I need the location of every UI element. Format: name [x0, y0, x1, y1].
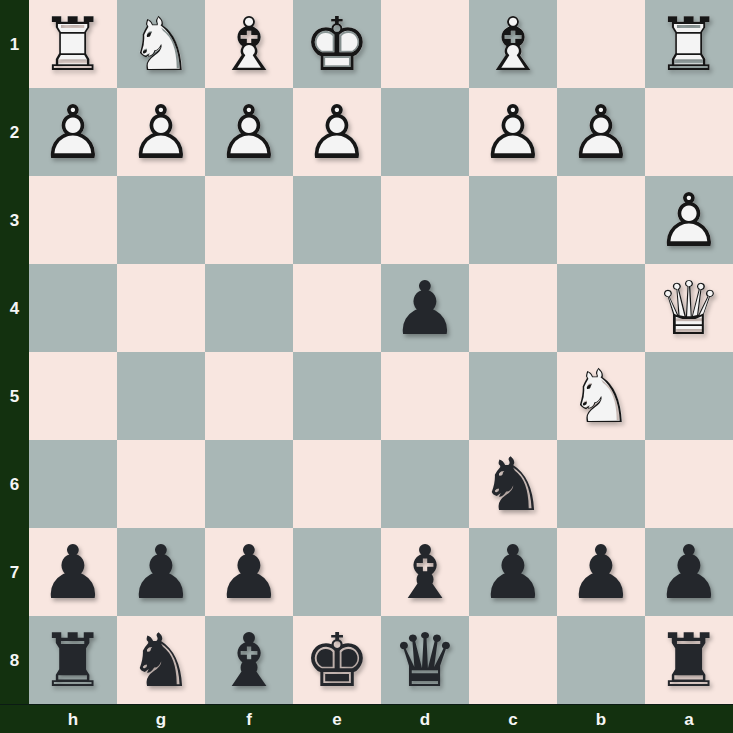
rank-label-text: 6 — [10, 476, 19, 493]
chess-board-frame: 1♜♖♞♘♝♗♚♔♝♗♜♖2♟♙♟♙♟♙♟♙♟♙♟♙3♟♙4♟♛♕5♞♘6♞7♟… — [0, 0, 733, 733]
black-knight-piece: ♞ — [128, 616, 194, 704]
piece-fill-glyph: ♟ — [568, 88, 634, 176]
rank-label-text: 5 — [10, 388, 19, 405]
piece-fill-glyph: ♚ — [304, 616, 370, 704]
square-g6[interactable] — [117, 440, 205, 528]
square-c6[interactable]: ♞ — [469, 440, 557, 528]
piece-fill-glyph: ♟ — [216, 88, 282, 176]
square-e1[interactable]: ♚♔ — [293, 0, 381, 88]
piece-fill-glyph: ♟ — [568, 528, 634, 616]
piece-fill-glyph: ♟ — [128, 528, 194, 616]
file-label-f: f — [205, 704, 293, 733]
square-g1[interactable]: ♞♘ — [117, 0, 205, 88]
black-pawn-piece: ♟ — [480, 528, 546, 616]
rank-label-text: 3 — [10, 212, 19, 229]
square-a8[interactable]: ♜ — [645, 616, 733, 704]
square-g3[interactable] — [117, 176, 205, 264]
piece-fill-glyph: ♟ — [656, 528, 722, 616]
black-bishop-piece: ♝ — [392, 528, 458, 616]
piece-fill-glyph: ♟ — [40, 88, 106, 176]
file-label-h: h — [29, 704, 117, 733]
square-e6[interactable] — [293, 440, 381, 528]
black-rook-piece: ♜ — [40, 616, 106, 704]
black-rook-piece: ♜ — [656, 616, 722, 704]
square-c5[interactable] — [469, 352, 557, 440]
piece-outline-glyph: ♔ — [304, 0, 370, 88]
black-pawn-piece: ♟ — [392, 264, 458, 352]
square-h4[interactable] — [29, 264, 117, 352]
piece-outline-glyph: ♙ — [480, 88, 546, 176]
piece-fill-glyph: ♝ — [216, 0, 282, 88]
black-queen-piece: ♛ — [392, 616, 458, 704]
black-pawn-piece: ♟ — [216, 528, 282, 616]
square-g7[interactable]: ♟ — [117, 528, 205, 616]
square-e3[interactable] — [293, 176, 381, 264]
rank-label-text: 2 — [10, 124, 19, 141]
white-bishop-piece: ♝♗ — [216, 0, 282, 88]
white-queen-piece: ♛♕ — [656, 264, 722, 352]
white-pawn-piece: ♟♙ — [568, 88, 634, 176]
file-label-c: c — [469, 704, 557, 733]
file-label-text: a — [684, 711, 693, 728]
file-label-e: e — [293, 704, 381, 733]
rank-label-text: 8 — [10, 652, 19, 669]
square-b3[interactable] — [557, 176, 645, 264]
rank-label-8: 8 — [0, 616, 29, 704]
square-d7[interactable]: ♝ — [381, 528, 469, 616]
black-bishop-piece: ♝ — [216, 616, 282, 704]
piece-fill-glyph: ♜ — [40, 616, 106, 704]
rank-label-2: 2 — [0, 88, 29, 176]
file-label-text: f — [246, 711, 252, 728]
square-e2[interactable]: ♟♙ — [293, 88, 381, 176]
square-h7[interactable]: ♟ — [29, 528, 117, 616]
rank-label-5: 5 — [0, 352, 29, 440]
file-label-text: g — [156, 711, 166, 728]
piece-fill-glyph: ♟ — [480, 88, 546, 176]
piece-fill-glyph: ♞ — [128, 0, 194, 88]
square-b5[interactable]: ♞♘ — [557, 352, 645, 440]
rank-label-6: 6 — [0, 440, 29, 528]
square-h8[interactable]: ♜ — [29, 616, 117, 704]
piece-fill-glyph: ♛ — [656, 264, 722, 352]
square-h2[interactable]: ♟♙ — [29, 88, 117, 176]
piece-fill-glyph: ♟ — [216, 528, 282, 616]
file-label-text: c — [508, 711, 517, 728]
square-b8[interactable] — [557, 616, 645, 704]
white-pawn-piece: ♟♙ — [304, 88, 370, 176]
square-f8[interactable]: ♝ — [205, 616, 293, 704]
piece-fill-glyph: ♟ — [40, 528, 106, 616]
square-h3[interactable] — [29, 176, 117, 264]
square-c7[interactable]: ♟ — [469, 528, 557, 616]
square-f2[interactable]: ♟♙ — [205, 88, 293, 176]
rank-label-text: 1 — [10, 36, 19, 53]
file-label-text: b — [596, 711, 606, 728]
white-pawn-piece: ♟♙ — [216, 88, 282, 176]
white-pawn-piece: ♟♙ — [656, 176, 722, 264]
square-d8[interactable]: ♛ — [381, 616, 469, 704]
piece-fill-glyph: ♝ — [392, 528, 458, 616]
black-pawn-piece: ♟ — [568, 528, 634, 616]
square-d6[interactable] — [381, 440, 469, 528]
rank-label-text: 7 — [10, 564, 19, 581]
white-pawn-piece: ♟♙ — [40, 88, 106, 176]
piece-fill-glyph: ♞ — [128, 616, 194, 704]
white-rook-piece: ♜♖ — [656, 0, 722, 88]
piece-fill-glyph: ♟ — [480, 528, 546, 616]
piece-outline-glyph: ♙ — [656, 176, 722, 264]
square-g4[interactable] — [117, 264, 205, 352]
square-a5[interactable] — [645, 352, 733, 440]
white-rook-piece: ♜♖ — [40, 0, 106, 88]
square-d4[interactable]: ♟ — [381, 264, 469, 352]
square-h5[interactable] — [29, 352, 117, 440]
piece-outline-glyph: ♗ — [216, 0, 282, 88]
piece-fill-glyph: ♝ — [216, 616, 282, 704]
black-pawn-piece: ♟ — [40, 528, 106, 616]
piece-outline-glyph: ♘ — [128, 0, 194, 88]
piece-fill-glyph: ♜ — [656, 0, 722, 88]
square-c1[interactable]: ♝♗ — [469, 0, 557, 88]
piece-outline-glyph: ♖ — [40, 0, 106, 88]
file-label-d: d — [381, 704, 469, 733]
white-knight-piece: ♞♘ — [128, 0, 194, 88]
square-b6[interactable] — [557, 440, 645, 528]
square-c3[interactable] — [469, 176, 557, 264]
square-a7[interactable]: ♟ — [645, 528, 733, 616]
piece-fill-glyph: ♞ — [480, 440, 546, 528]
piece-fill-glyph: ♛ — [392, 616, 458, 704]
square-a3[interactable]: ♟♙ — [645, 176, 733, 264]
white-king-piece: ♚♔ — [304, 0, 370, 88]
square-b4[interactable] — [557, 264, 645, 352]
square-d5[interactable] — [381, 352, 469, 440]
black-pawn-piece: ♟ — [656, 528, 722, 616]
piece-fill-glyph: ♝ — [480, 0, 546, 88]
file-label-text: d — [420, 711, 430, 728]
rank-label-4: 4 — [0, 264, 29, 352]
square-f6[interactable] — [205, 440, 293, 528]
rank-label-3: 3 — [0, 176, 29, 264]
file-label-g: g — [117, 704, 205, 733]
piece-fill-glyph: ♟ — [304, 88, 370, 176]
square-a6[interactable] — [645, 440, 733, 528]
square-d3[interactable] — [381, 176, 469, 264]
rank-label-text: 4 — [10, 300, 19, 317]
piece-outline-glyph: ♙ — [568, 88, 634, 176]
file-label-text: h — [68, 711, 78, 728]
square-a4[interactable]: ♛♕ — [645, 264, 733, 352]
piece-outline-glyph: ♙ — [304, 88, 370, 176]
square-b2[interactable]: ♟♙ — [557, 88, 645, 176]
piece-fill-glyph: ♚ — [304, 0, 370, 88]
rank-label-1: 1 — [0, 0, 29, 88]
piece-outline-glyph: ♙ — [128, 88, 194, 176]
piece-outline-glyph: ♖ — [656, 0, 722, 88]
square-f1[interactable]: ♝♗ — [205, 0, 293, 88]
square-e5[interactable] — [293, 352, 381, 440]
piece-outline-glyph: ♕ — [656, 264, 722, 352]
square-e7[interactable] — [293, 528, 381, 616]
file-label-a: a — [645, 704, 733, 733]
square-e4[interactable] — [293, 264, 381, 352]
black-knight-piece: ♞ — [480, 440, 546, 528]
piece-fill-glyph: ♜ — [656, 616, 722, 704]
file-label-b: b — [557, 704, 645, 733]
square-h1[interactable]: ♜♖ — [29, 0, 117, 88]
board-corner — [0, 704, 29, 733]
square-f3[interactable] — [205, 176, 293, 264]
square-b1[interactable] — [557, 0, 645, 88]
square-g2[interactable]: ♟♙ — [117, 88, 205, 176]
square-e8[interactable]: ♚ — [293, 616, 381, 704]
white-knight-piece: ♞♘ — [568, 352, 634, 440]
piece-fill-glyph: ♟ — [128, 88, 194, 176]
white-pawn-piece: ♟♙ — [480, 88, 546, 176]
piece-outline-glyph: ♙ — [40, 88, 106, 176]
square-c4[interactable] — [469, 264, 557, 352]
piece-fill-glyph: ♟ — [392, 264, 458, 352]
file-label-text: e — [332, 711, 341, 728]
white-bishop-piece: ♝♗ — [480, 0, 546, 88]
rank-label-7: 7 — [0, 528, 29, 616]
square-a2[interactable] — [645, 88, 733, 176]
chess-board: 1♜♖♞♘♝♗♚♔♝♗♜♖2♟♙♟♙♟♙♟♙♟♙♟♙3♟♙4♟♛♕5♞♘6♞7♟… — [0, 0, 733, 733]
square-g5[interactable] — [117, 352, 205, 440]
square-d1[interactable] — [381, 0, 469, 88]
square-d2[interactable] — [381, 88, 469, 176]
square-f4[interactable] — [205, 264, 293, 352]
square-f5[interactable] — [205, 352, 293, 440]
square-c8[interactable] — [469, 616, 557, 704]
piece-outline-glyph: ♗ — [480, 0, 546, 88]
square-f7[interactable]: ♟ — [205, 528, 293, 616]
piece-outline-glyph: ♘ — [568, 352, 634, 440]
piece-fill-glyph: ♟ — [656, 176, 722, 264]
square-g8[interactable]: ♞ — [117, 616, 205, 704]
piece-outline-glyph: ♙ — [216, 88, 282, 176]
square-b7[interactable]: ♟ — [557, 528, 645, 616]
square-a1[interactable]: ♜♖ — [645, 0, 733, 88]
piece-fill-glyph: ♜ — [40, 0, 106, 88]
piece-fill-glyph: ♞ — [568, 352, 634, 440]
black-pawn-piece: ♟ — [128, 528, 194, 616]
square-c2[interactable]: ♟♙ — [469, 88, 557, 176]
square-h6[interactable] — [29, 440, 117, 528]
white-pawn-piece: ♟♙ — [128, 88, 194, 176]
black-king-piece: ♚ — [304, 616, 370, 704]
